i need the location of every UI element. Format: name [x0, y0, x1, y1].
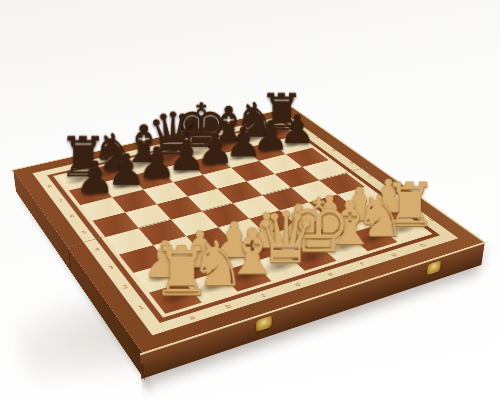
fold-seam-edge [68, 248, 71, 272]
brass-clasp [256, 315, 272, 332]
product-photo-scene: ♜♞♝♛♚♝♞♜♟♟♟♟♟♟♟♟♟♟♟♟♟♟♟♟♜♞♝♛♚♝♞♜ abcdefg… [0, 0, 500, 400]
brass-clasp [426, 260, 440, 275]
piece-black-pawn: ♟ [75, 156, 114, 200]
piece-white-rook: ♜ [152, 238, 213, 306]
